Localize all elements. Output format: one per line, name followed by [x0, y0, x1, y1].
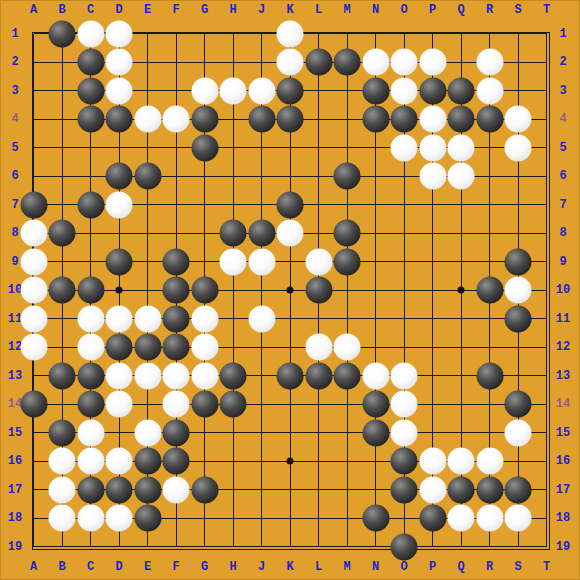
black-stone-M9[interactable]: [334, 248, 361, 275]
intersection-F18[interactable]: [162, 504, 191, 533]
black-stone-B8[interactable]: [49, 220, 76, 247]
intersection-E1[interactable]: [133, 19, 162, 48]
black-stone-K4[interactable]: [277, 106, 304, 133]
intersection-H15[interactable]: [219, 418, 248, 447]
white-stone-G3[interactable]: [191, 77, 218, 104]
intersection-G14[interactable]: [190, 390, 219, 419]
intersection-K8[interactable]: [276, 219, 305, 248]
intersection-P14[interactable]: [418, 390, 447, 419]
intersection-C15[interactable]: [76, 418, 105, 447]
white-stone-D18[interactable]: [106, 505, 133, 532]
white-stone-L9[interactable]: [305, 248, 332, 275]
white-stone-D13[interactable]: [106, 362, 133, 389]
black-stone-M2[interactable]: [334, 49, 361, 76]
intersection-P17[interactable]: [418, 475, 447, 504]
intersection-J11[interactable]: [247, 304, 276, 333]
intersection-D16[interactable]: [105, 447, 134, 476]
intersection-K14[interactable]: [276, 390, 305, 419]
intersection-O10[interactable]: [390, 276, 419, 305]
white-stone-R18[interactable]: [476, 505, 503, 532]
black-stone-O19[interactable]: [391, 533, 418, 560]
black-stone-R10[interactable]: [476, 277, 503, 304]
white-stone-J9[interactable]: [248, 248, 275, 275]
intersection-S11[interactable]: [504, 304, 533, 333]
white-stone-P5[interactable]: [419, 134, 446, 161]
intersection-Q4[interactable]: [447, 105, 476, 134]
black-stone-C4[interactable]: [77, 106, 104, 133]
white-stone-D7[interactable]: [106, 191, 133, 218]
intersection-N12[interactable]: [361, 333, 390, 362]
intersection-C9[interactable]: [76, 247, 105, 276]
intersection-G6[interactable]: [190, 162, 219, 191]
white-stone-P6[interactable]: [419, 163, 446, 190]
intersection-G3[interactable]: [190, 76, 219, 105]
black-stone-C7[interactable]: [77, 191, 104, 218]
intersection-G11[interactable]: [190, 304, 219, 333]
intersection-K4[interactable]: [276, 105, 305, 134]
black-stone-D17[interactable]: [106, 476, 133, 503]
black-stone-L10[interactable]: [305, 277, 332, 304]
black-stone-C3[interactable]: [77, 77, 104, 104]
intersection-P10[interactable]: [418, 276, 447, 305]
intersection-L6[interactable]: [304, 162, 333, 191]
black-stone-N14[interactable]: [362, 391, 389, 418]
intersection-N9[interactable]: [361, 247, 390, 276]
intersection-D8[interactable]: [105, 219, 134, 248]
intersection-E12[interactable]: [133, 333, 162, 362]
white-stone-R2[interactable]: [476, 49, 503, 76]
intersection-E4[interactable]: [133, 105, 162, 134]
black-stone-K7[interactable]: [277, 191, 304, 218]
intersection-E17[interactable]: [133, 475, 162, 504]
intersection-L16[interactable]: [304, 447, 333, 476]
intersection-O6[interactable]: [390, 162, 419, 191]
intersection-A7[interactable]: [19, 190, 48, 219]
intersection-A10[interactable]: [19, 276, 48, 305]
intersection-S9[interactable]: [504, 247, 533, 276]
black-stone-D9[interactable]: [106, 248, 133, 275]
intersection-G15[interactable]: [190, 418, 219, 447]
black-stone-N15[interactable]: [362, 419, 389, 446]
intersection-Q2[interactable]: [447, 48, 476, 77]
intersection-G7[interactable]: [190, 190, 219, 219]
intersection-M5[interactable]: [333, 133, 362, 162]
intersection-E8[interactable]: [133, 219, 162, 248]
intersection-Q14[interactable]: [447, 390, 476, 419]
intersection-H8[interactable]: [219, 219, 248, 248]
intersection-F12[interactable]: [162, 333, 191, 362]
intersection-K11[interactable]: [276, 304, 305, 333]
intersection-R14[interactable]: [475, 390, 504, 419]
black-stone-L13[interactable]: [305, 362, 332, 389]
black-stone-A7[interactable]: [20, 191, 47, 218]
white-stone-D14[interactable]: [106, 391, 133, 418]
intersection-B18[interactable]: [48, 504, 77, 533]
intersection-F19[interactable]: [162, 532, 191, 561]
black-stone-P18[interactable]: [419, 505, 446, 532]
intersection-O12[interactable]: [390, 333, 419, 362]
intersection-J10[interactable]: [247, 276, 276, 305]
intersection-J7[interactable]: [247, 190, 276, 219]
intersection-F17[interactable]: [162, 475, 191, 504]
intersection-O2[interactable]: [390, 48, 419, 77]
white-stone-P16[interactable]: [419, 448, 446, 475]
white-stone-Q5[interactable]: [448, 134, 475, 161]
intersection-S7[interactable]: [504, 190, 533, 219]
intersection-C6[interactable]: [76, 162, 105, 191]
intersection-O7[interactable]: [390, 190, 419, 219]
intersection-L7[interactable]: [304, 190, 333, 219]
white-stone-A9[interactable]: [20, 248, 47, 275]
intersection-R11[interactable]: [475, 304, 504, 333]
intersection-P15[interactable]: [418, 418, 447, 447]
intersection-O19[interactable]: [390, 532, 419, 561]
black-stone-Q3[interactable]: [448, 77, 475, 104]
intersection-F11[interactable]: [162, 304, 191, 333]
intersection-R19[interactable]: [475, 532, 504, 561]
intersection-J14[interactable]: [247, 390, 276, 419]
intersection-G12[interactable]: [190, 333, 219, 362]
intersection-N16[interactable]: [361, 447, 390, 476]
intersection-H14[interactable]: [219, 390, 248, 419]
intersection-N2[interactable]: [361, 48, 390, 77]
white-stone-S18[interactable]: [505, 505, 532, 532]
intersection-C18[interactable]: [76, 504, 105, 533]
white-stone-P2[interactable]: [419, 49, 446, 76]
intersection-E16[interactable]: [133, 447, 162, 476]
intersection-L2[interactable]: [304, 48, 333, 77]
intersection-J19[interactable]: [247, 532, 276, 561]
intersection-L9[interactable]: [304, 247, 333, 276]
intersection-C4[interactable]: [76, 105, 105, 134]
intersection-R4[interactable]: [475, 105, 504, 134]
intersection-A9[interactable]: [19, 247, 48, 276]
intersection-P16[interactable]: [418, 447, 447, 476]
intersection-B6[interactable]: [48, 162, 77, 191]
intersection-B12[interactable]: [48, 333, 77, 362]
intersection-L15[interactable]: [304, 418, 333, 447]
intersection-O13[interactable]: [390, 361, 419, 390]
intersection-C11[interactable]: [76, 304, 105, 333]
intersection-D5[interactable]: [105, 133, 134, 162]
intersection-O15[interactable]: [390, 418, 419, 447]
intersection-H7[interactable]: [219, 190, 248, 219]
intersection-N13[interactable]: [361, 361, 390, 390]
intersection-G2[interactable]: [190, 48, 219, 77]
intersection-G17[interactable]: [190, 475, 219, 504]
intersection-R2[interactable]: [475, 48, 504, 77]
intersection-D7[interactable]: [105, 190, 134, 219]
black-stone-K3[interactable]: [277, 77, 304, 104]
black-stone-E17[interactable]: [134, 476, 161, 503]
white-stone-N13[interactable]: [362, 362, 389, 389]
intersection-O16[interactable]: [390, 447, 419, 476]
intersection-M16[interactable]: [333, 447, 362, 476]
intersection-P8[interactable]: [418, 219, 447, 248]
intersection-R13[interactable]: [475, 361, 504, 390]
intersection-N4[interactable]: [361, 105, 390, 134]
intersection-R9[interactable]: [475, 247, 504, 276]
black-stone-F9[interactable]: [163, 248, 190, 275]
intersection-P4[interactable]: [418, 105, 447, 134]
intersection-F6[interactable]: [162, 162, 191, 191]
intersection-G8[interactable]: [190, 219, 219, 248]
intersection-F5[interactable]: [162, 133, 191, 162]
intersection-R16[interactable]: [475, 447, 504, 476]
intersection-S1[interactable]: [504, 19, 533, 48]
intersection-E11[interactable]: [133, 304, 162, 333]
intersection-N1[interactable]: [361, 19, 390, 48]
intersection-P2[interactable]: [418, 48, 447, 77]
intersection-P3[interactable]: [418, 76, 447, 105]
black-stone-K13[interactable]: [277, 362, 304, 389]
intersection-R12[interactable]: [475, 333, 504, 362]
white-stone-J3[interactable]: [248, 77, 275, 104]
intersection-J13[interactable]: [247, 361, 276, 390]
intersection-G10[interactable]: [190, 276, 219, 305]
intersection-Q19[interactable]: [447, 532, 476, 561]
intersection-O8[interactable]: [390, 219, 419, 248]
intersection-M7[interactable]: [333, 190, 362, 219]
intersection-M1[interactable]: [333, 19, 362, 48]
white-stone-B18[interactable]: [49, 505, 76, 532]
intersection-Q16[interactable]: [447, 447, 476, 476]
black-stone-C13[interactable]: [77, 362, 104, 389]
intersection-S16[interactable]: [504, 447, 533, 476]
intersection-G4[interactable]: [190, 105, 219, 134]
intersection-H4[interactable]: [219, 105, 248, 134]
intersection-F10[interactable]: [162, 276, 191, 305]
intersection-P1[interactable]: [418, 19, 447, 48]
intersection-L17[interactable]: [304, 475, 333, 504]
intersection-K15[interactable]: [276, 418, 305, 447]
intersection-M6[interactable]: [333, 162, 362, 191]
intersection-S13[interactable]: [504, 361, 533, 390]
intersection-R1[interactable]: [475, 19, 504, 48]
intersection-S2[interactable]: [504, 48, 533, 77]
black-stone-L2[interactable]: [305, 49, 332, 76]
intersection-F14[interactable]: [162, 390, 191, 419]
white-stone-E4[interactable]: [134, 106, 161, 133]
black-stone-F16[interactable]: [163, 448, 190, 475]
intersection-D6[interactable]: [105, 162, 134, 191]
intersection-F16[interactable]: [162, 447, 191, 476]
intersection-E13[interactable]: [133, 361, 162, 390]
intersection-L5[interactable]: [304, 133, 333, 162]
intersection-K19[interactable]: [276, 532, 305, 561]
intersection-H17[interactable]: [219, 475, 248, 504]
intersection-K5[interactable]: [276, 133, 305, 162]
intersection-Q1[interactable]: [447, 19, 476, 48]
intersection-B10[interactable]: [48, 276, 77, 305]
black-stone-O17[interactable]: [391, 476, 418, 503]
white-stone-E13[interactable]: [134, 362, 161, 389]
black-stone-D6[interactable]: [106, 163, 133, 190]
intersection-H16[interactable]: [219, 447, 248, 476]
intersection-M2[interactable]: [333, 48, 362, 77]
intersection-Q18[interactable]: [447, 504, 476, 533]
intersection-J4[interactable]: [247, 105, 276, 134]
intersection-J17[interactable]: [247, 475, 276, 504]
intersection-B11[interactable]: [48, 304, 77, 333]
black-stone-G14[interactable]: [191, 391, 218, 418]
black-stone-B15[interactable]: [49, 419, 76, 446]
black-stone-R17[interactable]: [476, 476, 503, 503]
intersection-S4[interactable]: [504, 105, 533, 134]
intersection-D17[interactable]: [105, 475, 134, 504]
black-stone-G4[interactable]: [191, 106, 218, 133]
black-stone-P3[interactable]: [419, 77, 446, 104]
black-stone-S17[interactable]: [505, 476, 532, 503]
intersection-Q5[interactable]: [447, 133, 476, 162]
intersection-P11[interactable]: [418, 304, 447, 333]
intersection-O17[interactable]: [390, 475, 419, 504]
black-stone-S11[interactable]: [505, 305, 532, 332]
intersection-R5[interactable]: [475, 133, 504, 162]
intersection-J9[interactable]: [247, 247, 276, 276]
intersection-H18[interactable]: [219, 504, 248, 533]
white-stone-D16[interactable]: [106, 448, 133, 475]
intersection-E18[interactable]: [133, 504, 162, 533]
intersection-B17[interactable]: [48, 475, 77, 504]
white-stone-Q6[interactable]: [448, 163, 475, 190]
white-stone-E11[interactable]: [134, 305, 161, 332]
intersection-M14[interactable]: [333, 390, 362, 419]
intersection-O18[interactable]: [390, 504, 419, 533]
intersection-E2[interactable]: [133, 48, 162, 77]
black-stone-G17[interactable]: [191, 476, 218, 503]
intersection-M10[interactable]: [333, 276, 362, 305]
intersection-B13[interactable]: [48, 361, 77, 390]
white-stone-G11[interactable]: [191, 305, 218, 332]
intersection-Q17[interactable]: [447, 475, 476, 504]
intersection-K10[interactable]: [276, 276, 305, 305]
intersection-F3[interactable]: [162, 76, 191, 105]
intersection-K17[interactable]: [276, 475, 305, 504]
intersection-C19[interactable]: [76, 532, 105, 561]
intersection-R17[interactable]: [475, 475, 504, 504]
intersection-R15[interactable]: [475, 418, 504, 447]
intersection-L11[interactable]: [304, 304, 333, 333]
intersection-M11[interactable]: [333, 304, 362, 333]
white-stone-D3[interactable]: [106, 77, 133, 104]
white-stone-C16[interactable]: [77, 448, 104, 475]
intersection-O14[interactable]: [390, 390, 419, 419]
white-stone-E15[interactable]: [134, 419, 161, 446]
intersection-P12[interactable]: [418, 333, 447, 362]
intersection-R3[interactable]: [475, 76, 504, 105]
intersection-D4[interactable]: [105, 105, 134, 134]
intersection-H19[interactable]: [219, 532, 248, 561]
intersection-G18[interactable]: [190, 504, 219, 533]
intersection-N15[interactable]: [361, 418, 390, 447]
intersection-L1[interactable]: [304, 19, 333, 48]
intersection-L3[interactable]: [304, 76, 333, 105]
intersection-N11[interactable]: [361, 304, 390, 333]
intersection-G5[interactable]: [190, 133, 219, 162]
intersection-H2[interactable]: [219, 48, 248, 77]
intersection-R8[interactable]: [475, 219, 504, 248]
intersection-B2[interactable]: [48, 48, 77, 77]
white-stone-S4[interactable]: [505, 106, 532, 133]
intersection-S6[interactable]: [504, 162, 533, 191]
black-stone-N18[interactable]: [362, 505, 389, 532]
intersection-C14[interactable]: [76, 390, 105, 419]
intersection-C7[interactable]: [76, 190, 105, 219]
black-stone-N3[interactable]: [362, 77, 389, 104]
intersection-K9[interactable]: [276, 247, 305, 276]
white-stone-F17[interactable]: [163, 476, 190, 503]
intersection-K16[interactable]: [276, 447, 305, 476]
intersection-P7[interactable]: [418, 190, 447, 219]
white-stone-G13[interactable]: [191, 362, 218, 389]
intersection-F8[interactable]: [162, 219, 191, 248]
white-stone-L12[interactable]: [305, 334, 332, 361]
intersection-C10[interactable]: [76, 276, 105, 305]
white-stone-Q16[interactable]: [448, 448, 475, 475]
black-stone-Q17[interactable]: [448, 476, 475, 503]
intersection-C8[interactable]: [76, 219, 105, 248]
intersection-O1[interactable]: [390, 19, 419, 48]
intersection-L10[interactable]: [304, 276, 333, 305]
black-stone-S14[interactable]: [505, 391, 532, 418]
black-stone-C2[interactable]: [77, 49, 104, 76]
black-stone-E18[interactable]: [134, 505, 161, 532]
intersection-J15[interactable]: [247, 418, 276, 447]
white-stone-K8[interactable]: [277, 220, 304, 247]
intersection-F1[interactable]: [162, 19, 191, 48]
intersection-B14[interactable]: [48, 390, 77, 419]
intersection-M19[interactable]: [333, 532, 362, 561]
black-stone-M13[interactable]: [334, 362, 361, 389]
intersection-E5[interactable]: [133, 133, 162, 162]
intersection-R7[interactable]: [475, 190, 504, 219]
intersection-P5[interactable]: [418, 133, 447, 162]
intersection-E15[interactable]: [133, 418, 162, 447]
black-stone-J8[interactable]: [248, 220, 275, 247]
black-stone-A14[interactable]: [20, 391, 47, 418]
white-stone-J11[interactable]: [248, 305, 275, 332]
intersection-H9[interactable]: [219, 247, 248, 276]
intersection-B5[interactable]: [48, 133, 77, 162]
intersection-C13[interactable]: [76, 361, 105, 390]
intersection-F2[interactable]: [162, 48, 191, 77]
intersection-M17[interactable]: [333, 475, 362, 504]
intersection-N3[interactable]: [361, 76, 390, 105]
intersection-Q3[interactable]: [447, 76, 476, 105]
intersection-C16[interactable]: [76, 447, 105, 476]
black-stone-B1[interactable]: [49, 20, 76, 47]
white-stone-H9[interactable]: [220, 248, 247, 275]
intersection-N7[interactable]: [361, 190, 390, 219]
intersection-O3[interactable]: [390, 76, 419, 105]
intersection-M15[interactable]: [333, 418, 362, 447]
black-stone-F10[interactable]: [163, 277, 190, 304]
black-stone-N4[interactable]: [362, 106, 389, 133]
intersection-D11[interactable]: [105, 304, 134, 333]
intersection-Q12[interactable]: [447, 333, 476, 362]
intersection-N14[interactable]: [361, 390, 390, 419]
intersection-S10[interactable]: [504, 276, 533, 305]
black-stone-M6[interactable]: [334, 163, 361, 190]
white-stone-P4[interactable]: [419, 106, 446, 133]
intersection-Q10[interactable]: [447, 276, 476, 305]
white-stone-F4[interactable]: [163, 106, 190, 133]
black-stone-S9[interactable]: [505, 248, 532, 275]
intersection-Q13[interactable]: [447, 361, 476, 390]
intersection-G1[interactable]: [190, 19, 219, 48]
black-stone-F12[interactable]: [163, 334, 190, 361]
